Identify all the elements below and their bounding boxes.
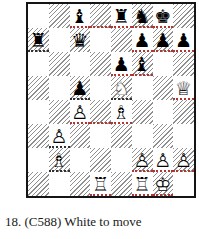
square-b4[interactable] bbox=[49, 100, 70, 124]
piece-white-pawn: ♟♙ bbox=[134, 151, 151, 170]
square-a2[interactable] bbox=[28, 148, 49, 172]
square-e6[interactable]: ♟ bbox=[111, 52, 132, 76]
square-g1[interactable]: ♚♔ bbox=[153, 172, 174, 196]
square-e2[interactable] bbox=[111, 148, 132, 172]
scan-underline-f7 bbox=[132, 50, 153, 52]
scan-underline-b2 bbox=[49, 170, 70, 172]
square-b5[interactable] bbox=[49, 76, 70, 100]
scan-underline-g7 bbox=[153, 50, 174, 52]
square-f2[interactable]: ♟♙ bbox=[132, 148, 153, 172]
piece-white-rook: ♜♖ bbox=[92, 175, 109, 194]
piece-black-bishop: ♝ bbox=[134, 55, 151, 74]
square-g5[interactable] bbox=[153, 76, 174, 100]
piece-white-pawn: ♟♙ bbox=[71, 103, 88, 122]
square-c2[interactable] bbox=[70, 148, 91, 172]
square-d5[interactable] bbox=[90, 76, 111, 100]
square-d7[interactable] bbox=[90, 28, 111, 52]
square-c8[interactable]: ♝ bbox=[70, 4, 91, 28]
square-e3[interactable] bbox=[111, 124, 132, 148]
square-h2[interactable]: ♟♙ bbox=[173, 148, 194, 172]
square-c7[interactable]: ♛ bbox=[70, 28, 91, 52]
square-g2[interactable]: ♟♙ bbox=[153, 148, 174, 172]
square-a5[interactable] bbox=[28, 76, 49, 100]
scan-underline-a7 bbox=[28, 50, 49, 52]
scan-underline-e6 bbox=[111, 74, 132, 76]
piece-white-rook: ♜♖ bbox=[134, 175, 151, 194]
square-e1[interactable] bbox=[111, 172, 132, 196]
square-d2[interactable] bbox=[90, 148, 111, 172]
scan-underline-g8 bbox=[153, 26, 174, 28]
square-h8[interactable] bbox=[173, 4, 194, 28]
square-d3[interactable] bbox=[90, 124, 111, 148]
piece-black-pawn: ♟ bbox=[154, 31, 171, 50]
piece-black-pawn: ♟ bbox=[134, 31, 151, 50]
scan-underline-f8 bbox=[132, 26, 153, 28]
scan-underline-d4 bbox=[90, 122, 111, 124]
piece-black-pawn: ♟ bbox=[175, 31, 192, 50]
scan-underline-d1 bbox=[90, 194, 111, 196]
square-d4[interactable] bbox=[90, 100, 111, 124]
square-h1[interactable] bbox=[173, 172, 194, 196]
square-f6[interactable]: ♝ bbox=[132, 52, 153, 76]
piece-white-queen: ♛♕ bbox=[175, 79, 192, 98]
piece-white-bishop: ♝♗ bbox=[51, 151, 68, 170]
square-c6[interactable] bbox=[70, 52, 91, 76]
piece-white-bishop: ♝♗ bbox=[113, 103, 130, 122]
chessboard: ♝♜♞♚♜♛♟♟♟♟♝♟♞♘♛♕♟♙♝♗♟♙♝♗♟♙♟♙♟♙♜♖♜♖♚♔ bbox=[26, 2, 196, 198]
scan-underline-d8 bbox=[90, 26, 111, 28]
scan-underline-g1 bbox=[153, 194, 174, 196]
square-e5[interactable]: ♞♘ bbox=[111, 76, 132, 100]
scan-underline-g2 bbox=[153, 170, 174, 172]
square-f8[interactable]: ♞ bbox=[132, 4, 153, 28]
square-b1[interactable] bbox=[49, 172, 70, 196]
scan-underline-f6 bbox=[132, 74, 153, 76]
square-e4[interactable]: ♝♗ bbox=[111, 100, 132, 124]
scan-underline-c5 bbox=[70, 98, 91, 100]
scan-underline-h5 bbox=[173, 98, 194, 100]
square-h5[interactable]: ♛♕ bbox=[173, 76, 194, 100]
square-h4[interactable] bbox=[173, 100, 194, 124]
square-a4[interactable] bbox=[28, 100, 49, 124]
square-b2[interactable]: ♝♗ bbox=[49, 148, 70, 172]
piece-black-king: ♚ bbox=[154, 7, 171, 26]
piece-black-bishop: ♝ bbox=[71, 7, 88, 26]
scan-underline-f2 bbox=[132, 170, 153, 172]
square-c4[interactable]: ♟♙ bbox=[70, 100, 91, 124]
diagram-caption: 18. (C588) White to move bbox=[5, 214, 142, 230]
piece-black-rook: ♜ bbox=[113, 7, 130, 26]
square-c5[interactable]: ♟ bbox=[70, 76, 91, 100]
scan-underline-c8 bbox=[70, 26, 91, 28]
square-g7[interactable]: ♟ bbox=[153, 28, 174, 52]
square-b8[interactable] bbox=[49, 4, 70, 28]
square-h3[interactable] bbox=[173, 124, 194, 148]
square-b3[interactable]: ♟♙ bbox=[49, 124, 70, 148]
square-g4[interactable] bbox=[153, 100, 174, 124]
square-c3[interactable] bbox=[70, 124, 91, 148]
square-h6[interactable] bbox=[173, 52, 194, 76]
square-a8[interactable] bbox=[28, 4, 49, 28]
square-c1[interactable] bbox=[70, 172, 91, 196]
square-d6[interactable] bbox=[90, 52, 111, 76]
square-g6[interactable] bbox=[153, 52, 174, 76]
piece-black-rook: ♜ bbox=[30, 31, 47, 50]
square-f1[interactable]: ♜♖ bbox=[132, 172, 153, 196]
scan-underline-b3 bbox=[49, 146, 70, 148]
piece-white-pawn: ♟♙ bbox=[51, 127, 68, 146]
square-g8[interactable]: ♚ bbox=[153, 4, 174, 28]
square-a1[interactable] bbox=[28, 172, 49, 196]
piece-white-king: ♚♔ bbox=[154, 175, 171, 194]
scan-underline-e4 bbox=[111, 122, 132, 124]
piece-white-pawn: ♟♙ bbox=[175, 151, 192, 170]
piece-white-knight: ♞♘ bbox=[113, 79, 130, 98]
square-f5[interactable] bbox=[132, 76, 153, 100]
square-d1[interactable]: ♜♖ bbox=[90, 172, 111, 196]
square-f3[interactable] bbox=[132, 124, 153, 148]
scan-underline-e8 bbox=[111, 26, 132, 28]
square-e7[interactable] bbox=[111, 28, 132, 52]
piece-white-pawn: ♟♙ bbox=[154, 151, 171, 170]
piece-black-knight: ♞ bbox=[134, 7, 151, 26]
scan-underline-h7 bbox=[173, 50, 194, 52]
square-b7[interactable] bbox=[49, 28, 70, 52]
square-d8[interactable] bbox=[90, 4, 111, 28]
square-a7[interactable]: ♜ bbox=[28, 28, 49, 52]
square-e8[interactable]: ♜ bbox=[111, 4, 132, 28]
square-a6[interactable] bbox=[28, 52, 49, 76]
square-g3[interactable] bbox=[153, 124, 174, 148]
piece-black-pawn: ♟ bbox=[113, 55, 130, 74]
scan-underline-h2 bbox=[173, 170, 194, 172]
square-b6[interactable] bbox=[49, 52, 70, 76]
piece-black-queen: ♛ bbox=[71, 31, 88, 50]
piece-black-pawn: ♟ bbox=[71, 79, 88, 98]
square-f7[interactable]: ♟ bbox=[132, 28, 153, 52]
scan-underline-f1 bbox=[132, 194, 153, 196]
square-a3[interactable] bbox=[28, 124, 49, 148]
square-h7[interactable]: ♟ bbox=[173, 28, 194, 52]
scan-underline-c4 bbox=[70, 122, 91, 124]
diagram-page: ♝♜♞♚♜♛♟♟♟♟♝♟♞♘♛♕♟♙♝♗♟♙♝♗♟♙♟♙♟♙♜♖♜♖♚♔ 18.… bbox=[0, 0, 199, 239]
square-f4[interactable] bbox=[132, 100, 153, 124]
scan-underline-e5 bbox=[111, 98, 132, 100]
